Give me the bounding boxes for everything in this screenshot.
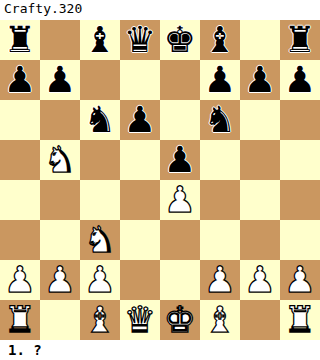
square-e1[interactable]: ♚ [160,300,200,340]
chess-board[interactable]: ♜♝♛♚♝♜♟♟♟♟♟♞♟♞♞♟♟♞♟♟♟♟♟♟♜♝♛♚♝♜ [0,20,320,340]
white-knight-b5[interactable]: ♞ [40,140,80,180]
white-knight-c3[interactable]: ♞ [80,220,120,260]
black-king-e8[interactable]: ♚ [160,20,200,60]
square-c3[interactable]: ♞ [80,220,120,260]
square-h7[interactable]: ♟ [280,60,320,100]
square-d2[interactable] [120,260,160,300]
square-b7[interactable]: ♟ [40,60,80,100]
square-b8[interactable] [40,20,80,60]
square-g7[interactable]: ♟ [240,60,280,100]
black-rook-h8[interactable]: ♜ [280,20,320,60]
crafty-window: Crafty.320 ♜♝♛♚♝♜♟♟♟♟♟♞♟♞♞♟♟♞♟♟♟♟♟♟♜♝♛♚♝… [0,0,320,360]
square-f1[interactable]: ♝ [200,300,240,340]
square-a2[interactable]: ♟ [0,260,40,300]
black-bishop-f8[interactable]: ♝ [200,20,240,60]
square-g1[interactable] [240,300,280,340]
black-pawn-g7[interactable]: ♟ [240,60,280,100]
square-f8[interactable]: ♝ [200,20,240,60]
white-rook-a1[interactable]: ♜ [0,300,40,340]
square-h8[interactable]: ♜ [280,20,320,60]
square-d3[interactable] [120,220,160,260]
square-d4[interactable] [120,180,160,220]
square-f3[interactable] [200,220,240,260]
square-b6[interactable] [40,100,80,140]
square-a7[interactable]: ♟ [0,60,40,100]
black-rook-a8[interactable]: ♜ [0,20,40,60]
square-b3[interactable] [40,220,80,260]
square-g8[interactable] [240,20,280,60]
square-d8[interactable]: ♛ [120,20,160,60]
white-pawn-e4[interactable]: ♟ [160,180,200,220]
square-d6[interactable]: ♟ [120,100,160,140]
square-e8[interactable]: ♚ [160,20,200,60]
square-d7[interactable] [120,60,160,100]
square-h5[interactable] [280,140,320,180]
square-a6[interactable] [0,100,40,140]
white-queen-d1[interactable]: ♛ [120,300,160,340]
square-h2[interactable]: ♟ [280,260,320,300]
square-f4[interactable] [200,180,240,220]
white-pawn-b2[interactable]: ♟ [40,260,80,300]
square-g5[interactable] [240,140,280,180]
square-h6[interactable] [280,100,320,140]
square-h4[interactable] [280,180,320,220]
square-e6[interactable] [160,100,200,140]
square-g2[interactable]: ♟ [240,260,280,300]
square-e7[interactable] [160,60,200,100]
window-title: Crafty.320 [0,0,320,20]
black-bishop-c8[interactable]: ♝ [80,20,120,60]
white-pawn-f2[interactable]: ♟ [200,260,240,300]
square-c5[interactable] [80,140,120,180]
square-b2[interactable]: ♟ [40,260,80,300]
white-bishop-c1[interactable]: ♝ [80,300,120,340]
white-pawn-a2[interactable]: ♟ [0,260,40,300]
black-queen-d8[interactable]: ♛ [120,20,160,60]
black-pawn-e5[interactable]: ♟ [160,140,200,180]
square-f7[interactable]: ♟ [200,60,240,100]
square-g6[interactable] [240,100,280,140]
move-indicator: 1. ? [0,340,320,360]
square-c8[interactable]: ♝ [80,20,120,60]
square-c4[interactable] [80,180,120,220]
square-c1[interactable]: ♝ [80,300,120,340]
square-f6[interactable]: ♞ [200,100,240,140]
square-d1[interactable]: ♛ [120,300,160,340]
square-a3[interactable] [0,220,40,260]
black-knight-f6[interactable]: ♞ [200,100,240,140]
black-knight-c6[interactable]: ♞ [80,100,120,140]
white-bishop-f1[interactable]: ♝ [200,300,240,340]
square-e5[interactable]: ♟ [160,140,200,180]
black-pawn-d6[interactable]: ♟ [120,100,160,140]
square-f5[interactable] [200,140,240,180]
black-pawn-f7[interactable]: ♟ [200,60,240,100]
square-b1[interactable] [40,300,80,340]
square-c2[interactable]: ♟ [80,260,120,300]
black-pawn-b7[interactable]: ♟ [40,60,80,100]
square-a1[interactable]: ♜ [0,300,40,340]
white-pawn-c2[interactable]: ♟ [80,260,120,300]
black-pawn-h7[interactable]: ♟ [280,60,320,100]
square-c7[interactable] [80,60,120,100]
square-a5[interactable] [0,140,40,180]
square-g4[interactable] [240,180,280,220]
white-king-e1[interactable]: ♚ [160,300,200,340]
square-h3[interactable] [280,220,320,260]
square-f2[interactable]: ♟ [200,260,240,300]
square-e3[interactable] [160,220,200,260]
square-b5[interactable]: ♞ [40,140,80,180]
white-rook-h1[interactable]: ♜ [280,300,320,340]
square-e4[interactable]: ♟ [160,180,200,220]
square-a4[interactable] [0,180,40,220]
white-pawn-g2[interactable]: ♟ [240,260,280,300]
square-c6[interactable]: ♞ [80,100,120,140]
square-b4[interactable] [40,180,80,220]
square-g3[interactable] [240,220,280,260]
square-a8[interactable]: ♜ [0,20,40,60]
square-h1[interactable]: ♜ [280,300,320,340]
black-pawn-a7[interactable]: ♟ [0,60,40,100]
white-pawn-h2[interactable]: ♟ [280,260,320,300]
square-d5[interactable] [120,140,160,180]
square-e2[interactable] [160,260,200,300]
